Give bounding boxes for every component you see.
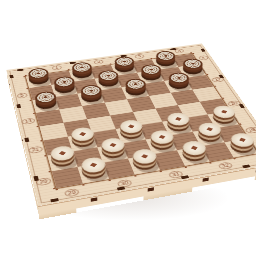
dark-piece[interactable] <box>71 69 94 81</box>
border-number: 28 <box>244 126 256 134</box>
dark-piece[interactable] <box>79 91 103 105</box>
border-number: 13 <box>21 117 35 124</box>
square-b3[interactable] <box>68 133 97 152</box>
border-number: 32 <box>217 161 234 170</box>
dark-piece[interactable] <box>123 85 147 98</box>
light-piece[interactable] <box>227 140 256 157</box>
dark-piece[interactable] <box>28 74 50 87</box>
dark-piece[interactable] <box>166 79 191 92</box>
border-number: 2 <box>93 59 104 64</box>
border-number: 21 <box>28 145 43 153</box>
light-piece[interactable] <box>49 153 76 171</box>
border-number: 30 <box>116 179 132 188</box>
square-h1[interactable] <box>225 138 256 157</box>
border-number: 29 <box>64 188 80 198</box>
checkers-board-3d: 1234 29303132 5132129 4122028 <box>6 44 256 207</box>
square-e6[interactable] <box>121 84 149 99</box>
dark-piece[interactable] <box>53 83 76 96</box>
light-piece[interactable] <box>179 147 208 164</box>
product-photo-checkers-set: 1234 29303132 5132129 4122028 <box>0 0 256 256</box>
border-number: 1 <box>51 65 62 71</box>
light-piece[interactable] <box>99 145 126 162</box>
square-b1[interactable] <box>78 163 109 184</box>
dark-piece[interactable] <box>34 98 58 112</box>
square-a6[interactable] <box>32 97 59 113</box>
border-number: 12 <box>211 76 225 82</box>
border-number: 4 <box>174 48 185 53</box>
border-number: 31 <box>168 170 185 179</box>
light-piece[interactable] <box>70 134 96 150</box>
border-number: 29 <box>36 177 52 186</box>
square-b5[interactable] <box>59 106 87 123</box>
border-number: 3 <box>134 54 145 59</box>
light-piece[interactable] <box>80 164 108 182</box>
border-number: 5 <box>16 92 27 98</box>
light-piece[interactable] <box>130 156 158 174</box>
